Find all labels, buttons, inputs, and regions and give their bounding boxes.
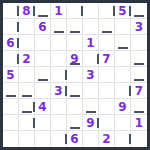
consecutive-mark-vertical-r6c8 [129,86,131,96]
given-digit: 5 [6,68,14,80]
sudoku-cell-r7c3[interactable]: 4 [35,99,51,115]
sudoku-cell-r8c4[interactable] [51,115,67,131]
consecutive-mark-horizontal-r6c2 [22,95,32,97]
sudoku-cell-r8c7[interactable] [99,115,115,131]
given-digit: 6 [6,36,14,48]
given-digit: 4 [38,100,46,112]
sudoku-cell-r6c6[interactable] [83,83,99,99]
sudoku-cell-r2c2[interactable] [19,19,35,35]
sudoku-cell-r4c2[interactable]: 2 [19,51,35,67]
sudoku-cell-r1c6[interactable] [83,3,99,19]
sudoku-cell-r2c3[interactable]: 6 [35,19,51,35]
consecutive-mark-horizontal-r2c5 [70,31,80,33]
sudoku-cell-r5c5[interactable] [67,67,83,83]
consecutive-mark-vertical-r6c4 [65,86,67,96]
given-digit: 8 [22,4,30,16]
sudoku-cell-r4c7[interactable]: 7 [99,51,115,67]
consecutive-mark-horizontal-r6c1 [6,95,16,97]
given-digit: 7 [102,52,110,64]
sudoku-cell-r6c9[interactable]: 7 [131,83,147,99]
given-digit: 1 [86,36,94,48]
consecutive-mark-vertical-r1c2 [33,6,35,16]
sudoku-cell-r3c4[interactable] [51,35,67,51]
sudoku-cell-r5c1[interactable]: 5 [3,67,19,83]
sudoku-cell-r6c3[interactable] [35,83,51,99]
sudoku-cell-r2c6[interactable] [83,19,99,35]
consecutive-mark-vertical-r4c1 [17,54,19,64]
consecutive-mark-vertical-r5c4 [65,70,67,80]
sudoku-cell-r1c4[interactable]: 1 [51,3,67,19]
given-digit: 9 [118,100,126,112]
sudoku-cell-r2c9[interactable]: 3 [131,19,147,35]
consecutive-mark-horizontal-r1c3 [38,15,48,17]
sudoku-cell-r7c7[interactable] [99,99,115,115]
sudoku-cell-r4c8[interactable] [115,51,131,67]
sudoku-cell-r9c9[interactable] [131,131,147,147]
sudoku-cell-r3c5[interactable] [67,35,83,51]
given-digit: 3 [54,84,62,96]
sudoku-cell-r3c3[interactable] [35,35,51,51]
given-digit: 3 [135,20,143,32]
given-digit: 2 [102,133,110,145]
sudoku-cell-r5c7[interactable] [99,67,115,83]
sudoku-board: 81563612975337499162 [0,0,150,150]
sudoku-cell-r9c1[interactable] [3,131,19,147]
given-digit: 1 [54,4,62,16]
given-digit: 9 [86,116,94,128]
sudoku-cell-r5c8[interactable] [115,67,131,83]
consecutive-mark-horizontal-r8c5 [70,127,80,129]
sudoku-cell-r4c3[interactable] [35,51,51,67]
sudoku-cell-r3c7[interactable] [99,35,115,51]
consecutive-mark-vertical-r2c1 [17,22,19,32]
sudoku-cell-r7c4[interactable] [51,99,67,115]
sudoku-cell-r9c7[interactable]: 2 [99,131,115,147]
consecutive-mark-vertical-r4c6 [97,54,99,64]
sudoku-cell-r3c9[interactable] [131,35,147,51]
sudoku-cell-r4c4[interactable] [51,51,67,67]
consecutive-mark-vertical-r8c6 [97,118,99,128]
sudoku-cell-r5c2[interactable] [19,67,35,83]
consecutive-mark-horizontal-r4c5 [70,63,80,65]
given-digit: 1 [135,116,143,128]
consecutive-mark-vertical-r1c8 [129,6,131,16]
sudoku-cell-r3c2[interactable] [19,35,35,51]
given-digit: 2 [22,52,30,64]
given-digit: 5 [118,4,126,16]
consecutive-mark-horizontal-r5c3 [38,79,48,81]
consecutive-mark-vertical-r1c5 [81,6,83,16]
sudoku-cell-r7c5[interactable] [67,99,83,115]
sudoku-cell-r8c1[interactable] [3,115,19,131]
given-digit: 6 [70,133,78,145]
sudoku-cell-r8c8[interactable] [115,115,131,131]
consecutive-mark-vertical-r9c4 [65,134,67,144]
given-digit: 6 [38,20,46,32]
consecutive-mark-horizontal-r7c9 [134,111,144,113]
given-digit: 7 [135,84,143,96]
consecutive-mark-horizontal-r4c9 [134,63,144,65]
given-digit: 3 [86,68,94,80]
consecutive-mark-horizontal-r7c6 [86,111,96,113]
sudoku-cell-r9c3[interactable] [35,131,51,147]
consecutive-mark-horizontal-r3c8 [118,47,128,49]
consecutive-mark-horizontal-r7c2 [22,111,32,113]
sudoku-cell-r7c8[interactable]: 9 [115,99,131,115]
sudoku-cell-r5c6[interactable]: 3 [83,67,99,83]
consecutive-mark-vertical-r1c7 [113,6,115,16]
consecutive-mark-horizontal-r1c9 [134,15,144,17]
consecutive-mark-horizontal-r6c5 [70,95,80,97]
sudoku-cell-r8c9[interactable]: 1 [131,115,147,131]
consecutive-mark-vertical-r1c1 [17,6,19,16]
sudoku-cell-r2c8[interactable] [115,19,131,35]
sudoku-cell-r8c3[interactable] [35,115,51,131]
consecutive-mark-vertical-r3c1 [17,38,19,48]
sudoku-cell-r3c6[interactable]: 1 [83,35,99,51]
sudoku-cell-r7c1[interactable] [3,99,19,115]
consecutive-mark-horizontal-r5c9 [134,79,144,81]
consecutive-mark-horizontal-r2c4 [54,31,64,33]
sudoku-cell-r9c2[interactable] [19,131,35,147]
consecutive-mark-horizontal-r2c7 [102,31,112,33]
sudoku-cell-r9c5[interactable]: 6 [67,131,83,147]
consecutive-mark-vertical-r9c8 [129,134,131,144]
consecutive-mark-vertical-r8c2 [33,118,35,128]
consecutive-mark-vertical-r7c2 [33,102,35,112]
sudoku-cell-r6c7[interactable] [99,83,115,99]
sudoku-cell-r9c6[interactable] [83,131,99,147]
